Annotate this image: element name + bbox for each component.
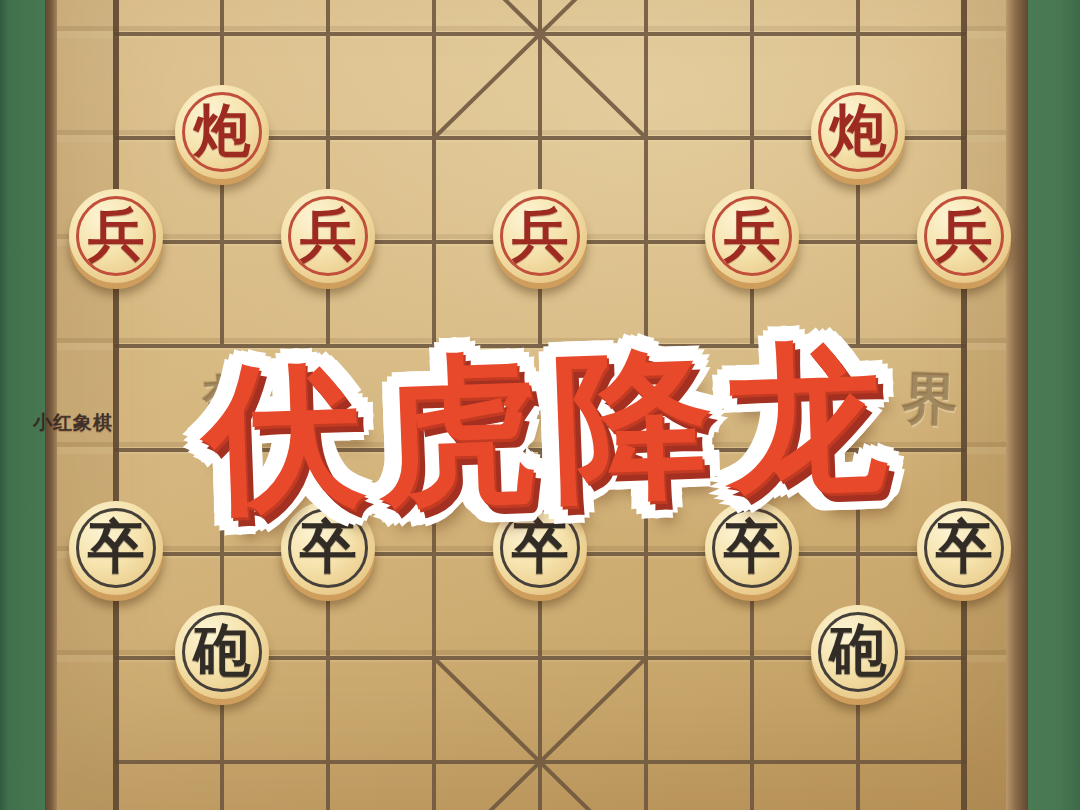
piece-red-cannon[interactable]: 炮 xyxy=(811,85,905,179)
piece-black-soldier[interactable]: 卒 xyxy=(281,501,375,595)
piece-glyph: 砲 xyxy=(811,604,905,698)
right-background-strip xyxy=(1028,0,1080,810)
piece-black-soldier[interactable]: 卒 xyxy=(705,501,799,595)
piece-glyph: 卒 xyxy=(69,500,163,594)
video-frame: 楚 界 炮炮兵兵兵兵兵卒卒卒卒卒砲砲 伏虎降龙 伏虎降龙 伏虎降龙 小红象棋 xyxy=(0,0,1080,810)
watermark: 小红象棋 xyxy=(33,410,113,436)
piece-glyph: 兵 xyxy=(493,188,587,282)
piece-red-soldier[interactable]: 兵 xyxy=(281,189,375,283)
piece-glyph: 兵 xyxy=(69,188,163,282)
piece-red-soldier[interactable]: 兵 xyxy=(69,189,163,283)
piece-glyph: 兵 xyxy=(281,188,375,282)
river-label-chu: 楚 xyxy=(200,362,261,442)
left-background-strip xyxy=(0,0,45,810)
piece-glyph: 兵 xyxy=(705,188,799,282)
piece-glyph: 卒 xyxy=(281,500,375,594)
piece-black-soldier[interactable]: 卒 xyxy=(493,501,587,595)
piece-red-soldier[interactable]: 兵 xyxy=(493,189,587,283)
piece-glyph: 砲 xyxy=(175,604,269,698)
piece-black-cannon[interactable]: 砲 xyxy=(811,605,905,699)
piece-glyph: 卒 xyxy=(705,500,799,594)
piece-black-soldier[interactable]: 卒 xyxy=(69,501,163,595)
piece-glyph: 卒 xyxy=(493,500,587,594)
river-label-jie: 界 xyxy=(901,361,960,439)
piece-glyph: 卒 xyxy=(917,500,1011,594)
piece-black-soldier[interactable]: 卒 xyxy=(917,501,1011,595)
xiangqi-board[interactable]: 楚 界 炮炮兵兵兵兵兵卒卒卒卒卒砲砲 xyxy=(45,0,1028,810)
piece-black-cannon[interactable]: 砲 xyxy=(175,605,269,699)
piece-glyph: 兵 xyxy=(917,188,1011,282)
piece-glyph: 炮 xyxy=(175,84,269,178)
piece-red-soldier[interactable]: 兵 xyxy=(705,189,799,283)
piece-red-cannon[interactable]: 炮 xyxy=(175,85,269,179)
piece-red-soldier[interactable]: 兵 xyxy=(917,189,1011,283)
piece-glyph: 炮 xyxy=(811,84,905,178)
